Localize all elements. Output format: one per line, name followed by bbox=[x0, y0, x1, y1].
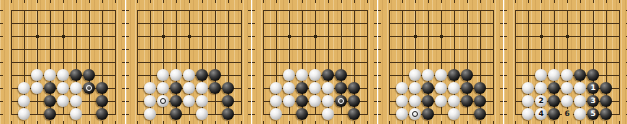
grid-line bbox=[11, 10, 116, 11]
crop-tick bbox=[126, 75, 129, 76]
grid-line bbox=[389, 62, 494, 63]
white-stone bbox=[435, 69, 448, 82]
crop-tick bbox=[126, 88, 129, 89]
crop-tick bbox=[0, 62, 3, 63]
black-stone bbox=[222, 95, 235, 108]
white-stone bbox=[18, 108, 31, 121]
crop-tick bbox=[378, 101, 381, 102]
white-stone bbox=[170, 69, 183, 82]
circle-mark bbox=[86, 85, 92, 91]
crop-tick bbox=[504, 36, 507, 37]
black-stone bbox=[600, 95, 613, 108]
black-stone bbox=[322, 69, 335, 82]
crop-tick bbox=[122, 114, 125, 115]
crop-tick bbox=[252, 114, 255, 115]
crop-tick bbox=[428, 121, 429, 124]
black-stone bbox=[600, 108, 613, 121]
crop-tick bbox=[252, 88, 255, 89]
white-stone bbox=[448, 95, 461, 108]
crop-tick bbox=[122, 88, 125, 89]
crop-tick bbox=[554, 0, 555, 3]
black-stone bbox=[348, 82, 361, 95]
white-stone bbox=[548, 69, 561, 82]
white-stone bbox=[183, 95, 196, 108]
black-stone bbox=[335, 69, 348, 82]
grid-line bbox=[263, 23, 368, 24]
black-stone bbox=[96, 95, 109, 108]
crop-tick bbox=[137, 0, 138, 3]
white-stone bbox=[422, 69, 435, 82]
crop-tick bbox=[378, 62, 381, 63]
crop-tick bbox=[619, 0, 620, 3]
crop-tick bbox=[493, 121, 494, 124]
crop-tick bbox=[248, 23, 251, 24]
crop-tick bbox=[150, 121, 151, 124]
white-stone-last-move bbox=[157, 95, 170, 108]
black-stone bbox=[209, 69, 222, 82]
crop-tick bbox=[202, 121, 203, 124]
crop-tick bbox=[367, 121, 368, 124]
crop-tick bbox=[263, 0, 264, 3]
crop-tick bbox=[328, 121, 329, 124]
crop-tick bbox=[374, 88, 377, 89]
crop-tick bbox=[176, 0, 177, 3]
white-stone bbox=[31, 69, 44, 82]
crop-tick bbox=[374, 49, 377, 50]
crop-tick bbox=[593, 121, 594, 124]
circle-mark bbox=[160, 98, 166, 104]
crop-tick bbox=[248, 36, 251, 37]
crop-tick bbox=[11, 121, 12, 124]
crop-tick bbox=[252, 23, 255, 24]
crop-tick bbox=[541, 0, 542, 3]
crop-tick bbox=[0, 10, 3, 11]
crop-tick bbox=[500, 10, 503, 11]
white-stone bbox=[561, 69, 574, 82]
white-stone bbox=[57, 69, 70, 82]
crop-tick bbox=[454, 121, 455, 124]
crop-tick bbox=[122, 101, 125, 102]
crop-tick bbox=[378, 88, 381, 89]
grid-line bbox=[389, 10, 494, 11]
crop-tick bbox=[248, 62, 251, 63]
crop-tick bbox=[0, 88, 3, 89]
white-stone bbox=[31, 82, 44, 95]
white-stone bbox=[183, 82, 196, 95]
crop-tick bbox=[228, 0, 229, 3]
crop-tick bbox=[302, 0, 303, 3]
black-stone bbox=[587, 69, 600, 82]
crop-tick bbox=[480, 0, 481, 3]
white-stone bbox=[522, 95, 535, 108]
star-point bbox=[62, 35, 65, 38]
crop-tick bbox=[248, 75, 251, 76]
white-stone bbox=[448, 108, 461, 121]
crop-tick bbox=[480, 121, 481, 124]
crop-tick bbox=[341, 0, 342, 3]
white-stone bbox=[183, 69, 196, 82]
white-stone bbox=[18, 82, 31, 95]
crop-tick bbox=[241, 121, 242, 124]
grid-line bbox=[263, 10, 368, 11]
white-stone bbox=[144, 108, 157, 121]
crop-tick bbox=[263, 121, 264, 124]
star-point bbox=[414, 35, 417, 38]
crop-tick bbox=[374, 10, 377, 11]
crop-tick bbox=[580, 121, 581, 124]
crop-tick bbox=[0, 23, 3, 24]
crop-tick bbox=[504, 23, 507, 24]
star-point bbox=[566, 35, 569, 38]
crop-tick bbox=[289, 0, 290, 3]
crop-tick bbox=[389, 121, 390, 124]
crop-tick bbox=[215, 0, 216, 3]
crop-tick bbox=[606, 121, 607, 124]
black-stone bbox=[600, 82, 613, 95]
crop-tick bbox=[415, 0, 416, 3]
grid-line bbox=[263, 62, 368, 63]
crop-tick bbox=[402, 0, 403, 3]
crop-tick bbox=[189, 121, 190, 124]
crop-tick bbox=[374, 23, 377, 24]
black-stone bbox=[296, 82, 309, 95]
crop-tick bbox=[189, 0, 190, 3]
crop-tick bbox=[415, 121, 416, 124]
crop-tick bbox=[374, 62, 377, 63]
crop-tick bbox=[276, 0, 277, 3]
black-stone bbox=[196, 69, 209, 82]
crop-tick bbox=[467, 121, 468, 124]
crop-tick bbox=[122, 10, 125, 11]
crop-tick bbox=[606, 0, 607, 3]
crop-tick bbox=[593, 0, 594, 3]
crop-tick bbox=[24, 0, 25, 3]
crop-tick bbox=[467, 0, 468, 3]
black-stone bbox=[44, 108, 57, 121]
crop-tick bbox=[126, 114, 129, 115]
white-stone bbox=[409, 69, 422, 82]
crop-tick bbox=[402, 121, 403, 124]
crop-tick bbox=[150, 0, 151, 3]
crop-tick bbox=[126, 101, 129, 102]
white-stone bbox=[70, 82, 83, 95]
crop-tick bbox=[580, 0, 581, 3]
black-stone bbox=[474, 95, 487, 108]
star-point bbox=[288, 35, 291, 38]
crop-tick bbox=[76, 0, 77, 3]
white-stone bbox=[57, 95, 70, 108]
white-stone bbox=[396, 82, 409, 95]
crop-tick bbox=[528, 121, 529, 124]
crop-tick bbox=[378, 10, 381, 11]
black-stone bbox=[548, 95, 561, 108]
black-stone bbox=[96, 108, 109, 121]
black-stone bbox=[348, 108, 361, 121]
crop-tick bbox=[0, 36, 3, 37]
black-stone-move-1: 1 bbox=[587, 82, 600, 95]
white-stone bbox=[396, 95, 409, 108]
crop-tick bbox=[541, 121, 542, 124]
crop-tick bbox=[252, 36, 255, 37]
white-stone bbox=[196, 108, 209, 121]
crop-tick bbox=[619, 121, 620, 124]
grid-line bbox=[11, 62, 116, 63]
white-stone-move-4: 4 bbox=[535, 108, 548, 121]
crop-tick bbox=[122, 36, 125, 37]
star-point bbox=[540, 35, 543, 38]
crop-tick bbox=[378, 23, 381, 24]
crop-tick bbox=[89, 121, 90, 124]
white-stone bbox=[435, 95, 448, 108]
white-stone bbox=[309, 82, 322, 95]
go-board-diagram-5: 123456 bbox=[504, 0, 627, 124]
crop-tick bbox=[374, 75, 377, 76]
grid-line bbox=[137, 10, 242, 11]
crop-tick bbox=[378, 114, 381, 115]
crop-tick bbox=[252, 101, 255, 102]
crop-tick bbox=[176, 121, 177, 124]
white-stone bbox=[283, 69, 296, 82]
white-stone bbox=[283, 82, 296, 95]
white-stone bbox=[270, 95, 283, 108]
crop-tick bbox=[215, 121, 216, 124]
crop-tick bbox=[248, 88, 251, 89]
go-board-diagram-4 bbox=[378, 0, 503, 124]
grid-line bbox=[389, 23, 494, 24]
white-stone bbox=[196, 95, 209, 108]
crop-tick bbox=[63, 0, 64, 3]
crop-tick bbox=[122, 23, 125, 24]
crop-tick bbox=[37, 0, 38, 3]
crop-tick bbox=[341, 121, 342, 124]
crop-tick bbox=[367, 0, 368, 3]
crop-tick bbox=[252, 75, 255, 76]
grid-line bbox=[515, 10, 620, 11]
crop-tick bbox=[302, 121, 303, 124]
crop-tick bbox=[241, 0, 242, 3]
grid-line bbox=[137, 49, 242, 50]
crop-tick bbox=[126, 23, 129, 24]
black-stone bbox=[296, 95, 309, 108]
crop-tick bbox=[389, 0, 390, 3]
crop-tick bbox=[528, 0, 529, 3]
white-stone bbox=[574, 95, 587, 108]
crop-tick bbox=[102, 121, 103, 124]
white-stone bbox=[574, 82, 587, 95]
crop-tick bbox=[102, 0, 103, 3]
crop-tick bbox=[567, 121, 568, 124]
crop-tick bbox=[567, 0, 568, 3]
white-stone bbox=[157, 69, 170, 82]
crop-tick bbox=[500, 36, 503, 37]
crop-tick bbox=[137, 121, 138, 124]
crop-tick bbox=[0, 101, 3, 102]
crop-tick bbox=[378, 49, 381, 50]
grid-line bbox=[137, 62, 242, 63]
crop-tick bbox=[50, 121, 51, 124]
black-stone bbox=[170, 95, 183, 108]
white-stone bbox=[270, 82, 283, 95]
crop-tick bbox=[0, 75, 3, 76]
crop-tick bbox=[493, 0, 494, 3]
grid-line bbox=[389, 49, 494, 50]
black-stone bbox=[461, 82, 474, 95]
crop-tick bbox=[500, 75, 503, 76]
black-stone-last-move bbox=[335, 95, 348, 108]
black-stone bbox=[44, 82, 57, 95]
black-stone-last-move bbox=[83, 82, 96, 95]
move-number-on-board: 6 bbox=[562, 109, 573, 120]
crop-tick bbox=[122, 49, 125, 50]
grid-line bbox=[11, 23, 116, 24]
white-stone bbox=[296, 69, 309, 82]
go-board-diagram-1 bbox=[0, 0, 125, 124]
crop-tick bbox=[228, 121, 229, 124]
crop-tick bbox=[37, 121, 38, 124]
white-stone bbox=[396, 108, 409, 121]
crop-tick bbox=[202, 0, 203, 3]
crop-tick bbox=[248, 49, 251, 50]
white-stone bbox=[70, 108, 83, 121]
black-stone bbox=[222, 82, 235, 95]
crop-tick bbox=[354, 0, 355, 3]
black-stone bbox=[222, 108, 235, 121]
white-stone bbox=[322, 108, 335, 121]
white-stone-last-move bbox=[409, 108, 422, 121]
black-stone bbox=[335, 82, 348, 95]
crop-tick bbox=[441, 0, 442, 3]
crop-tick bbox=[441, 121, 442, 124]
black-stone bbox=[422, 108, 435, 121]
black-stone bbox=[209, 82, 222, 95]
crop-tick bbox=[122, 62, 125, 63]
go-diagrams-strip: 123456 bbox=[0, 0, 627, 124]
grid-line bbox=[515, 62, 620, 63]
black-stone bbox=[422, 82, 435, 95]
white-stone bbox=[522, 82, 535, 95]
white-stone bbox=[57, 82, 70, 95]
go-board-diagram-3 bbox=[252, 0, 377, 124]
crop-tick bbox=[428, 0, 429, 3]
crop-tick bbox=[515, 121, 516, 124]
crop-tick bbox=[115, 121, 116, 124]
crop-tick bbox=[63, 121, 64, 124]
white-stone-move-2: 2 bbox=[535, 95, 548, 108]
black-stone bbox=[461, 95, 474, 108]
white-stone bbox=[409, 82, 422, 95]
crop-tick bbox=[378, 36, 381, 37]
black-stone-move-5: 5 bbox=[587, 108, 600, 121]
black-stone bbox=[422, 95, 435, 108]
crop-tick bbox=[50, 0, 51, 3]
crop-tick bbox=[248, 114, 251, 115]
crop-tick bbox=[328, 0, 329, 3]
black-stone bbox=[96, 82, 109, 95]
crop-tick bbox=[374, 36, 377, 37]
star-point bbox=[314, 35, 317, 38]
black-stone bbox=[83, 69, 96, 82]
black-stone bbox=[474, 108, 487, 121]
crop-tick bbox=[500, 49, 503, 50]
black-stone bbox=[548, 82, 561, 95]
crop-tick bbox=[0, 114, 3, 115]
star-point bbox=[36, 35, 39, 38]
white-stone bbox=[270, 108, 283, 121]
circle-mark bbox=[412, 111, 418, 117]
crop-tick bbox=[11, 0, 12, 3]
crop-tick bbox=[252, 62, 255, 63]
black-stone bbox=[44, 95, 57, 108]
crop-tick bbox=[500, 62, 503, 63]
crop-tick bbox=[126, 49, 129, 50]
white-stone bbox=[144, 82, 157, 95]
white-stone bbox=[283, 95, 296, 108]
star-point bbox=[440, 35, 443, 38]
crop-tick bbox=[554, 121, 555, 124]
go-board-diagram-2 bbox=[126, 0, 251, 124]
crop-tick bbox=[354, 121, 355, 124]
crop-tick bbox=[454, 0, 455, 3]
crop-tick bbox=[24, 121, 25, 124]
black-stone bbox=[296, 108, 309, 121]
crop-tick bbox=[252, 10, 255, 11]
crop-tick bbox=[76, 121, 77, 124]
black-stone bbox=[461, 69, 474, 82]
crop-tick bbox=[504, 62, 507, 63]
white-stone bbox=[435, 82, 448, 95]
grid-line bbox=[515, 49, 620, 50]
crop-tick bbox=[115, 0, 116, 3]
crop-tick bbox=[0, 49, 3, 50]
crop-tick bbox=[504, 10, 507, 11]
crop-tick bbox=[374, 114, 377, 115]
black-stone bbox=[170, 82, 183, 95]
black-stone bbox=[574, 69, 587, 82]
black-stone bbox=[348, 95, 361, 108]
crop-tick bbox=[315, 0, 316, 3]
crop-tick bbox=[276, 121, 277, 124]
grid-line bbox=[515, 23, 620, 24]
star-point bbox=[162, 35, 165, 38]
white-stone bbox=[18, 95, 31, 108]
white-stone bbox=[535, 82, 548, 95]
grid-line bbox=[11, 49, 116, 50]
crop-tick bbox=[289, 121, 290, 124]
white-stone bbox=[561, 82, 574, 95]
white-stone bbox=[574, 108, 587, 121]
white-stone bbox=[535, 69, 548, 82]
crop-tick bbox=[126, 36, 129, 37]
black-stone bbox=[448, 69, 461, 82]
crop-tick bbox=[500, 114, 503, 115]
white-stone bbox=[144, 95, 157, 108]
black-stone bbox=[170, 108, 183, 121]
crop-tick bbox=[248, 10, 251, 11]
crop-tick bbox=[504, 114, 507, 115]
white-stone bbox=[309, 69, 322, 82]
crop-tick bbox=[515, 0, 516, 3]
crop-tick bbox=[89, 0, 90, 3]
black-stone bbox=[70, 69, 83, 82]
crop-tick bbox=[252, 49, 255, 50]
crop-tick bbox=[374, 101, 377, 102]
white-stone bbox=[409, 95, 422, 108]
crop-tick bbox=[126, 10, 129, 11]
white-stone bbox=[322, 82, 335, 95]
crop-tick bbox=[504, 49, 507, 50]
white-stone bbox=[196, 82, 209, 95]
crop-tick bbox=[122, 75, 125, 76]
